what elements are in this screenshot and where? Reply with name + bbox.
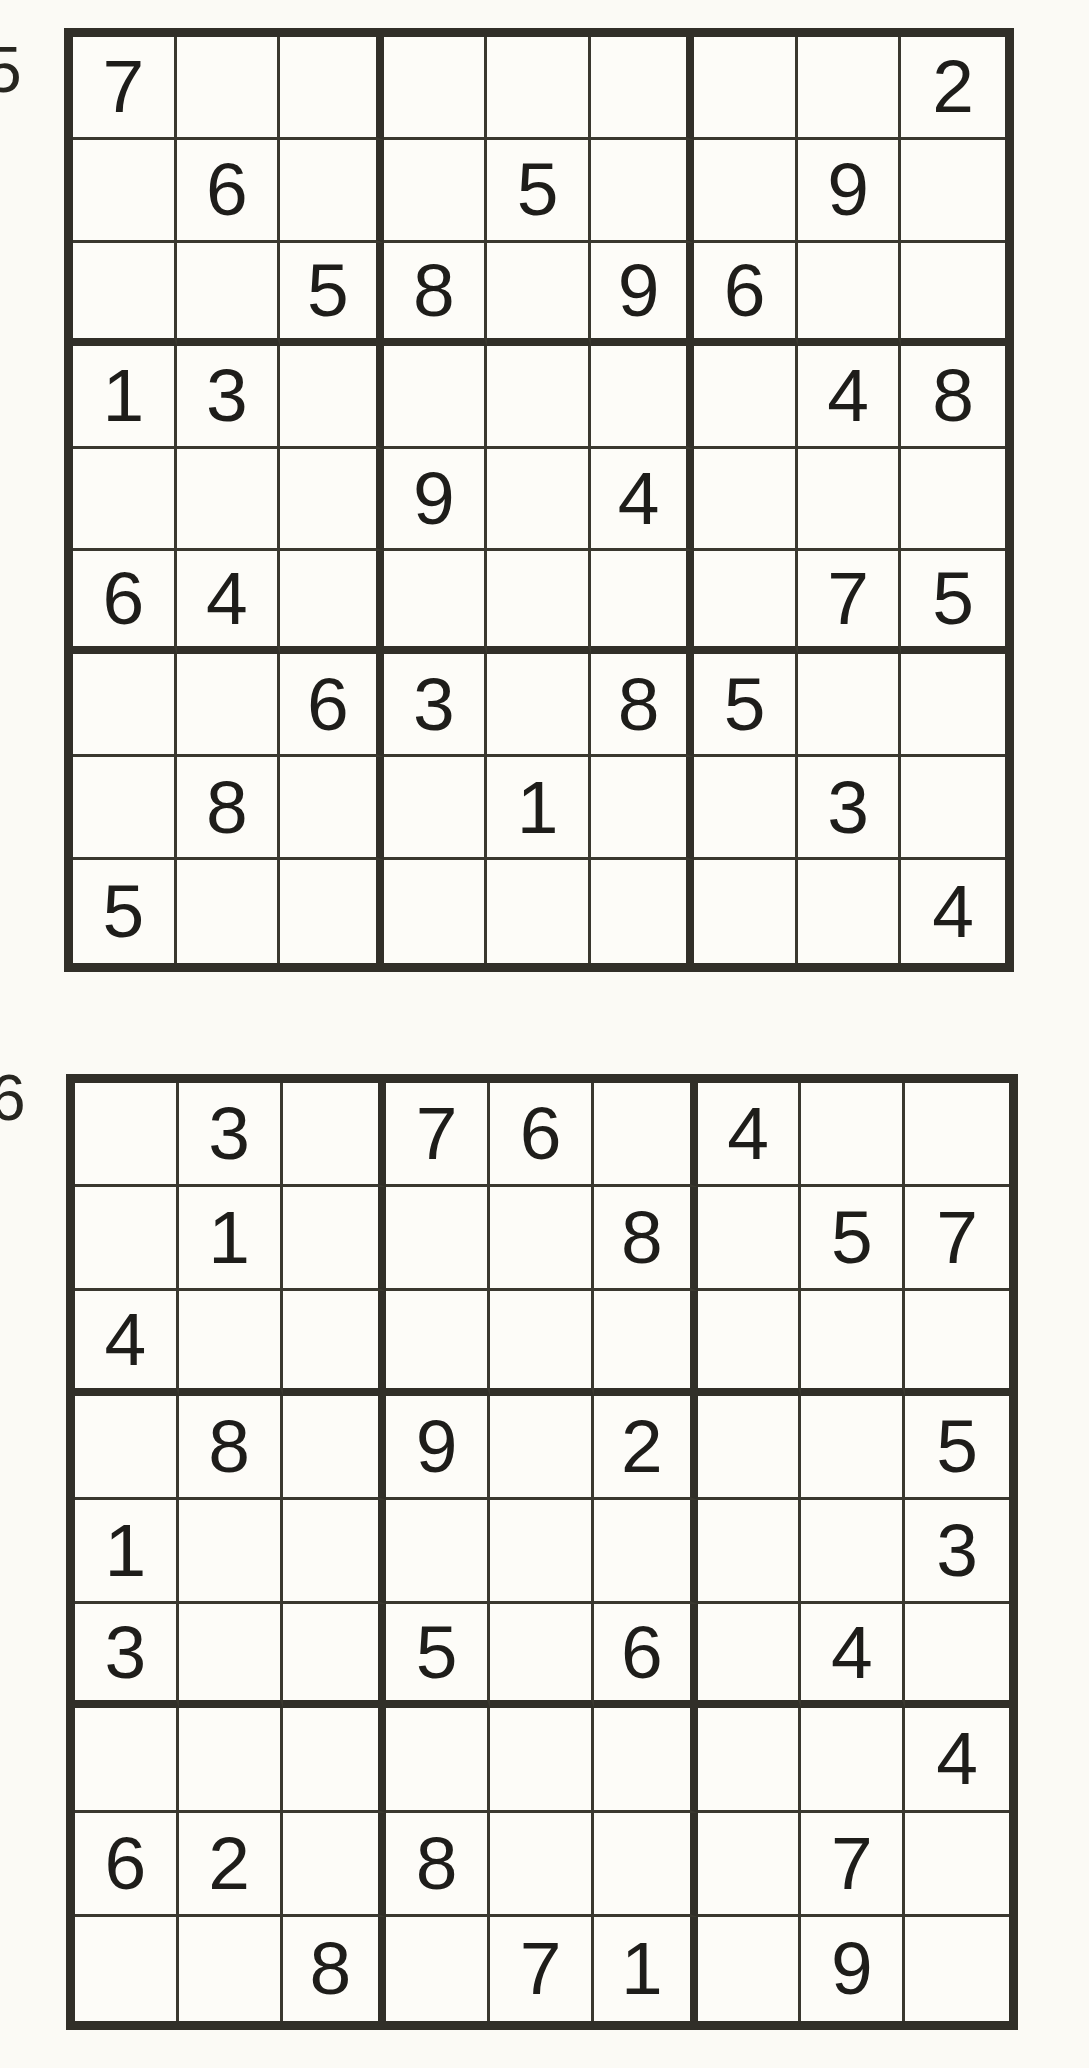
grid2-cell-r4c2[interactable]: 8 (179, 1396, 283, 1500)
grid2-cell-r7c4[interactable] (386, 1708, 490, 1812)
grid2-cell-r5c3[interactable] (283, 1500, 387, 1604)
grid1-cell-r1c9[interactable]: 2 (901, 37, 1005, 140)
grid1-cell-r4c4[interactable] (384, 346, 488, 449)
grid2-cell-r4c9[interactable]: 5 (905, 1396, 1009, 1500)
grid1-cell-r3c6[interactable]: 9 (591, 243, 695, 346)
grid1-cell-r4c7[interactable] (694, 346, 798, 449)
grid2-cell-r6c4[interactable]: 5 (386, 1604, 490, 1708)
grid1-cell-r9c9[interactable]: 4 (901, 860, 1005, 963)
grid1-cell-r8c4[interactable] (384, 757, 488, 860)
grid2-cell-r4c7[interactable] (698, 1396, 802, 1500)
grid2-cell-r8c7[interactable] (698, 1813, 802, 1917)
scanned-page: 5 7265958961348946475638581354 6 3764185… (0, 0, 1089, 2068)
grid1-cell-r1c3[interactable] (280, 37, 384, 140)
grid1-cell-r1c1[interactable]: 7 (73, 37, 177, 140)
grid2-cell-r6c7[interactable] (698, 1604, 802, 1708)
grid1-cell-r9c4[interactable] (384, 860, 488, 963)
grid2-cell-r2c6[interactable]: 8 (594, 1187, 698, 1291)
grid2-cell-r6c2[interactable] (179, 1604, 283, 1708)
grid1-cell-r5c2[interactable] (177, 449, 281, 552)
grid2-cell-r6c5[interactable] (490, 1604, 594, 1708)
grid1-cell-r9c5[interactable] (487, 860, 591, 963)
grid2-cell-r4c6[interactable]: 2 (594, 1396, 698, 1500)
grid1-cell-r8c8[interactable]: 3 (798, 757, 902, 860)
grid2-cell-r5c1[interactable]: 1 (75, 1500, 179, 1604)
grid2-cell-r3c4[interactable] (386, 1291, 490, 1395)
grid1-cell-r6c6[interactable] (591, 551, 695, 654)
grid2-cell-r9c2[interactable] (179, 1917, 283, 2021)
grid2-cell-r5c8[interactable] (801, 1500, 905, 1604)
grid1-cell-r5c8[interactable] (798, 449, 902, 552)
grid2-cell-r4c8[interactable] (801, 1396, 905, 1500)
grid2-cell-r3c3[interactable] (283, 1291, 387, 1395)
grid2-cell-r5c4[interactable] (386, 1500, 490, 1604)
grid1-cell-r7c4[interactable]: 3 (384, 654, 488, 757)
grid2-cell-r2c4[interactable] (386, 1187, 490, 1291)
grid2-cell-r1c9[interactable] (905, 1083, 1009, 1187)
grid2-cell-r2c1[interactable] (75, 1187, 179, 1291)
grid2-cell-r1c6[interactable] (594, 1083, 698, 1187)
grid2-cell-r9c6[interactable]: 1 (594, 1917, 698, 2021)
grid1-cell-r6c5[interactable] (487, 551, 591, 654)
grid1-cell-r1c8[interactable] (798, 37, 902, 140)
grid1-cell-r9c6[interactable] (591, 860, 695, 963)
grid1-cell-r7c5[interactable] (487, 654, 591, 757)
grid2-cell-r3c1[interactable]: 4 (75, 1291, 179, 1395)
grid1-cell-r6c8[interactable]: 7 (798, 551, 902, 654)
grid2-cell-r2c8[interactable]: 5 (801, 1187, 905, 1291)
grid2-cell-r9c9[interactable] (905, 1917, 1009, 2021)
grid1-cell-r2c2[interactable]: 6 (177, 140, 281, 243)
grid1-cell-r4c1[interactable]: 1 (73, 346, 177, 449)
grid2-cell-r9c7[interactable] (698, 1917, 802, 2021)
grid1-cell-r4c9[interactable]: 8 (901, 346, 1005, 449)
puzzle-number-label-1: 5 (0, 38, 22, 102)
grid2-cell-r7c1[interactable] (75, 1708, 179, 1812)
grid1-cell-r3c4[interactable]: 8 (384, 243, 488, 346)
grid2-cell-r8c8[interactable]: 7 (801, 1813, 905, 1917)
grid1-cell-r4c8[interactable]: 4 (798, 346, 902, 449)
grid2-cell-r4c3[interactable] (283, 1396, 387, 1500)
grid1-cell-r2c9[interactable] (901, 140, 1005, 243)
grid1-cell-r8c3[interactable] (280, 757, 384, 860)
grid1-cell-r4c3[interactable] (280, 346, 384, 449)
grid1-cell-r1c5[interactable] (487, 37, 591, 140)
grid2-cell-r5c2[interactable] (179, 1500, 283, 1604)
grid1-cell-r7c6[interactable]: 8 (591, 654, 695, 757)
grid2-cell-r2c7[interactable] (698, 1187, 802, 1291)
grid2-cell-r2c9[interactable]: 7 (905, 1187, 1009, 1291)
grid1-cell-r4c5[interactable] (487, 346, 591, 449)
grid1-cell-r6c9[interactable]: 5 (901, 551, 1005, 654)
grid1-cell-r6c1[interactable]: 6 (73, 551, 177, 654)
grid1-cell-r6c2[interactable]: 4 (177, 551, 281, 654)
grid2-cell-r2c3[interactable] (283, 1187, 387, 1291)
grid1-cell-r7c3[interactable]: 6 (280, 654, 384, 757)
grid1-cell-r1c2[interactable] (177, 37, 281, 140)
grid2-cell-r6c6[interactable]: 6 (594, 1604, 698, 1708)
grid2-cell-r3c6[interactable] (594, 1291, 698, 1395)
grid1-cell-r8c5[interactable]: 1 (487, 757, 591, 860)
grid1-cell-r8c6[interactable] (591, 757, 695, 860)
grid2-cell-r1c5[interactable]: 6 (490, 1083, 594, 1187)
grid1-cell-r7c8[interactable] (798, 654, 902, 757)
grid2-cell-r7c5[interactable] (490, 1708, 594, 1812)
grid1-cell-r5c7[interactable] (694, 449, 798, 552)
grid2-cell-r8c6[interactable] (594, 1813, 698, 1917)
grid2-cell-r4c1[interactable] (75, 1396, 179, 1500)
grid1-cell-r3c1[interactable] (73, 243, 177, 346)
grid2-cell-r9c3[interactable]: 8 (283, 1917, 387, 2021)
grid2-cell-r1c8[interactable] (801, 1083, 905, 1187)
grid2-cell-r1c1[interactable] (75, 1083, 179, 1187)
grid1-cell-r8c9[interactable] (901, 757, 1005, 860)
grid1-cell-r3c3[interactable]: 5 (280, 243, 384, 346)
grid2-cell-r9c5[interactable]: 7 (490, 1917, 594, 2021)
grid1-cell-r3c2[interactable] (177, 243, 281, 346)
grid1-cell-r8c1[interactable] (73, 757, 177, 860)
grid2-cell-r6c1[interactable]: 3 (75, 1604, 179, 1708)
grid2-cell-r1c2[interactable]: 3 (179, 1083, 283, 1187)
grid1-cell-r3c7[interactable]: 6 (694, 243, 798, 346)
grid2-cell-r9c4[interactable] (386, 1917, 490, 2021)
grid2-cell-r8c9[interactable] (905, 1813, 1009, 1917)
grid1-cell-r5c5[interactable] (487, 449, 591, 552)
grid1-cell-r8c7[interactable] (694, 757, 798, 860)
grid2-cell-r7c3[interactable] (283, 1708, 387, 1812)
grid2-cell-r7c8[interactable] (801, 1708, 905, 1812)
grid1-cell-r9c2[interactable] (177, 860, 281, 963)
grid1-cell-r7c9[interactable] (901, 654, 1005, 757)
grid1-cell-r2c4[interactable] (384, 140, 488, 243)
grid2-cell-r1c4[interactable]: 7 (386, 1083, 490, 1187)
grid2-cell-r5c9[interactable]: 3 (905, 1500, 1009, 1604)
grid2-cell-r5c7[interactable] (698, 1500, 802, 1604)
grid2-cell-r3c5[interactable] (490, 1291, 594, 1395)
grid2-cell-r8c5[interactable] (490, 1813, 594, 1917)
grid1-cell-r8c2[interactable]: 8 (177, 757, 281, 860)
grid1-cell-r2c8[interactable]: 9 (798, 140, 902, 243)
grid1-cell-r6c3[interactable] (280, 551, 384, 654)
grid1-cell-r2c5[interactable]: 5 (487, 140, 591, 243)
grid1-cell-r2c7[interactable] (694, 140, 798, 243)
puzzle-number-label-2: 6 (0, 1066, 26, 1130)
grid2-cell-r3c8[interactable] (801, 1291, 905, 1395)
grid2-cell-r8c4[interactable]: 8 (386, 1813, 490, 1917)
grid2-cell-r2c2[interactable]: 1 (179, 1187, 283, 1291)
grid1-cell-r5c9[interactable] (901, 449, 1005, 552)
grid2-cell-r6c8[interactable]: 4 (801, 1604, 905, 1708)
grid2-cell-r9c8[interactable]: 9 (801, 1917, 905, 2021)
grid2-cell-r8c2[interactable]: 2 (179, 1813, 283, 1917)
grid1-cell-r1c6[interactable] (591, 37, 695, 140)
grid1-cell-r6c4[interactable] (384, 551, 488, 654)
grid2-cell-r4c4[interactable]: 9 (386, 1396, 490, 1500)
grid1-cell-r3c9[interactable] (901, 243, 1005, 346)
grid1-cell-r3c8[interactable] (798, 243, 902, 346)
grid1-cell-r2c3[interactable] (280, 140, 384, 243)
grid1-cell-r7c1[interactable] (73, 654, 177, 757)
grid1-cell-r9c3[interactable] (280, 860, 384, 963)
grid2-cell-r9c1[interactable] (75, 1917, 179, 2021)
grid1-cell-r5c4[interactable]: 9 (384, 449, 488, 552)
grid1-cell-r3c5[interactable] (487, 243, 591, 346)
grid1-cell-r4c6[interactable] (591, 346, 695, 449)
grid1-cell-r2c6[interactable] (591, 140, 695, 243)
grid2-cell-r3c9[interactable] (905, 1291, 1009, 1395)
grid1-cell-r7c7[interactable]: 5 (694, 654, 798, 757)
grid1-cell-r9c7[interactable] (694, 860, 798, 963)
grid1-cell-r6c7[interactable] (694, 551, 798, 654)
sudoku-grid-1: 7265958961348946475638581354 (64, 28, 1014, 972)
grid2-cell-r3c7[interactable] (698, 1291, 802, 1395)
grid2-cell-r5c6[interactable] (594, 1500, 698, 1604)
grid2-cell-r7c7[interactable] (698, 1708, 802, 1812)
grid1-cell-r2c1[interactable] (73, 140, 177, 243)
grid2-cell-r3c2[interactable] (179, 1291, 283, 1395)
grid1-cell-r9c8[interactable] (798, 860, 902, 963)
grid1-cell-r7c2[interactable] (177, 654, 281, 757)
grid2-cell-r2c5[interactable] (490, 1187, 594, 1291)
sudoku-grid-2: 3764185748925133564462878719 (66, 1074, 1018, 2030)
grid1-cell-r9c1[interactable]: 5 (73, 860, 177, 963)
grid2-cell-r8c3[interactable] (283, 1813, 387, 1917)
grid2-cell-r6c9[interactable] (905, 1604, 1009, 1708)
grid2-cell-r7c2[interactable] (179, 1708, 283, 1812)
grid1-cell-r5c1[interactable] (73, 449, 177, 552)
grid1-cell-r4c2[interactable]: 3 (177, 346, 281, 449)
grid1-cell-r1c7[interactable] (694, 37, 798, 140)
grid2-cell-r7c6[interactable] (594, 1708, 698, 1812)
grid1-cell-r5c6[interactable]: 4 (591, 449, 695, 552)
grid1-cell-r1c4[interactable] (384, 37, 488, 140)
grid2-cell-r6c3[interactable] (283, 1604, 387, 1708)
grid1-cell-r5c3[interactable] (280, 449, 384, 552)
grid2-cell-r7c9[interactable]: 4 (905, 1708, 1009, 1812)
grid2-cell-r1c7[interactable]: 4 (698, 1083, 802, 1187)
grid2-cell-r1c3[interactable] (283, 1083, 387, 1187)
grid2-cell-r4c5[interactable] (490, 1396, 594, 1500)
grid2-cell-r5c5[interactable] (490, 1500, 594, 1604)
grid2-cell-r8c1[interactable]: 6 (75, 1813, 179, 1917)
